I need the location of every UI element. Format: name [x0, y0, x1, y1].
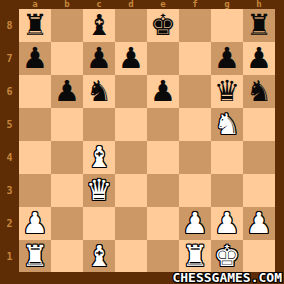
file-label-f: f: [179, 0, 211, 9]
piece-white-queen: ♛: [83, 174, 115, 207]
piece-black-pawn: ♟: [115, 42, 147, 75]
square-e5: [147, 108, 179, 141]
square-g1: ♚: [211, 240, 243, 273]
square-c6: ♞: [83, 75, 115, 108]
square-d5: [115, 108, 147, 141]
square-g8: [211, 9, 243, 42]
square-h8: ♜: [243, 9, 275, 42]
square-b8: [51, 9, 83, 42]
square-d4: [115, 141, 147, 174]
square-g7: ♟: [211, 42, 243, 75]
square-c2: [83, 207, 115, 240]
piece-black-bishop: ♝: [83, 9, 115, 42]
rank-label-1: 1: [0, 240, 19, 273]
square-d6: [115, 75, 147, 108]
piece-white-king: ♚: [211, 240, 243, 273]
rank-label-2: 2: [0, 207, 19, 240]
square-b3: [51, 174, 83, 207]
chess-board-diagram: abcdefgh 87654321 ♜♝♚♜♟♟♟♟♟♟♞♟♛♞♞♝♛♟♟♟♟♜…: [0, 0, 284, 284]
piece-white-knight: ♞: [211, 108, 243, 141]
file-label-b: b: [51, 0, 83, 9]
square-e2: [147, 207, 179, 240]
square-a3: [19, 174, 51, 207]
piece-black-pawn: ♟: [19, 42, 51, 75]
square-a4: [19, 141, 51, 174]
piece-white-rook: ♜: [179, 240, 211, 273]
square-d7: ♟: [115, 42, 147, 75]
square-h1: [243, 240, 275, 273]
square-a1: ♜: [19, 240, 51, 273]
square-f2: ♟: [179, 207, 211, 240]
square-e6: ♟: [147, 75, 179, 108]
piece-white-bishop: ♝: [83, 240, 115, 273]
square-f8: [179, 9, 211, 42]
square-g4: [211, 141, 243, 174]
square-b4: [51, 141, 83, 174]
square-h7: ♟: [243, 42, 275, 75]
piece-black-pawn: ♟: [51, 75, 83, 108]
piece-black-pawn: ♟: [243, 42, 275, 75]
site-watermark: CHESSGAMES.COM: [172, 272, 282, 284]
square-e4: [147, 141, 179, 174]
piece-white-rook: ♜: [19, 240, 51, 273]
piece-black-knight: ♞: [83, 75, 115, 108]
piece-black-king: ♚: [147, 9, 179, 42]
bottom-border: CHESSGAMES.COM: [0, 272, 284, 284]
square-g5: ♞: [211, 108, 243, 141]
square-d8: [115, 9, 147, 42]
square-c3: ♛: [83, 174, 115, 207]
square-f3: [179, 174, 211, 207]
piece-white-bishop: ♝: [83, 141, 115, 174]
square-a7: ♟: [19, 42, 51, 75]
square-a2: ♟: [19, 207, 51, 240]
square-b1: [51, 240, 83, 273]
piece-black-pawn: ♟: [147, 75, 179, 108]
square-d1: [115, 240, 147, 273]
piece-white-pawn: ♟: [179, 207, 211, 240]
piece-black-pawn: ♟: [83, 42, 115, 75]
square-d2: [115, 207, 147, 240]
square-h5: [243, 108, 275, 141]
file-labels: abcdefgh: [19, 0, 275, 9]
square-f6: [179, 75, 211, 108]
piece-black-rook: ♜: [243, 9, 275, 42]
square-a5: [19, 108, 51, 141]
square-h4: [243, 141, 275, 174]
square-c4: ♝: [83, 141, 115, 174]
square-b2: [51, 207, 83, 240]
square-h2: ♟: [243, 207, 275, 240]
square-g2: ♟: [211, 207, 243, 240]
square-f7: [179, 42, 211, 75]
rank-label-3: 3: [0, 174, 19, 207]
piece-black-rook: ♜: [19, 9, 51, 42]
square-e1: [147, 240, 179, 273]
square-c5: [83, 108, 115, 141]
piece-black-pawn: ♟: [211, 42, 243, 75]
square-g6: ♛: [211, 75, 243, 108]
square-e7: [147, 42, 179, 75]
square-h6: ♞: [243, 75, 275, 108]
square-f5: [179, 108, 211, 141]
square-c8: ♝: [83, 9, 115, 42]
piece-black-knight: ♞: [243, 75, 275, 108]
square-a8: ♜: [19, 9, 51, 42]
chess-board: ♜♝♚♜♟♟♟♟♟♟♞♟♛♞♞♝♛♟♟♟♟♜♝♜♚: [19, 9, 275, 273]
piece-black-queen: ♛: [211, 75, 243, 108]
file-label-g: g: [211, 0, 243, 9]
square-b7: [51, 42, 83, 75]
rank-label-4: 4: [0, 141, 19, 174]
rank-labels: 87654321: [0, 9, 19, 273]
square-a6: [19, 75, 51, 108]
rank-label-7: 7: [0, 42, 19, 75]
rank-label-6: 6: [0, 75, 19, 108]
square-e3: [147, 174, 179, 207]
square-b6: ♟: [51, 75, 83, 108]
square-e8: ♚: [147, 9, 179, 42]
piece-white-pawn: ♟: [211, 207, 243, 240]
square-h3: [243, 174, 275, 207]
rank-label-5: 5: [0, 108, 19, 141]
piece-white-pawn: ♟: [243, 207, 275, 240]
square-f4: [179, 141, 211, 174]
square-g3: [211, 174, 243, 207]
square-f1: ♜: [179, 240, 211, 273]
square-b5: [51, 108, 83, 141]
piece-white-pawn: ♟: [19, 207, 51, 240]
rank-label-8: 8: [0, 9, 19, 42]
file-label-d: d: [115, 0, 147, 9]
square-c7: ♟: [83, 42, 115, 75]
square-d3: [115, 174, 147, 207]
square-c1: ♝: [83, 240, 115, 273]
